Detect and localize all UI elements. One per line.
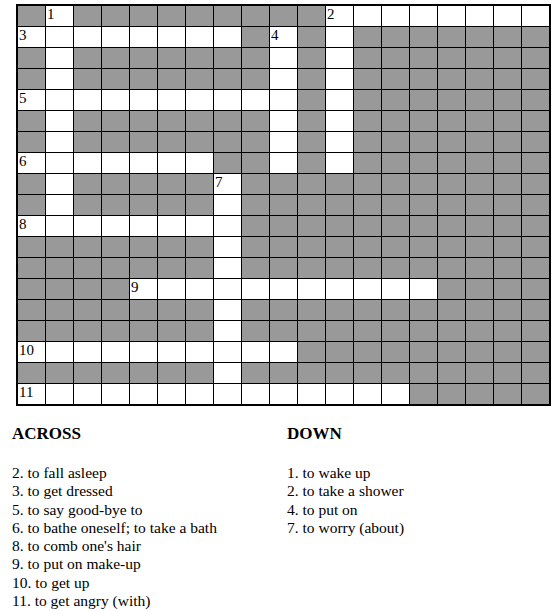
cell-r3c1[interactable] [46,69,73,89]
clue-down-7: 7. to worry (about) [287,519,547,537]
cell-r1c7[interactable] [214,27,241,47]
clue-number-5: 5 [19,90,27,107]
cell-r14c15-block [438,300,465,320]
clue-number-10: 10 [19,342,34,359]
cell-r16c10-block [298,342,325,362]
cell-r17c18-block [522,363,549,383]
cell-r0c11[interactable]: 2 [326,6,353,26]
cell-r12c6-block [186,258,213,278]
cell-r10c9-block [270,216,297,236]
cell-r16c5[interactable] [158,342,185,362]
cell-r7c5[interactable] [158,153,185,173]
cell-r18c15-block [438,384,465,404]
cell-r14c2-block [74,300,101,320]
cell-r7c0[interactable]: 6 [18,153,45,173]
cell-r10c3[interactable] [102,216,129,236]
cell-r16c7[interactable] [214,342,241,362]
cell-r18c13[interactable] [382,384,409,404]
clue-across-10: 10. to get up [12,574,287,592]
cell-r8c1[interactable] [46,174,73,194]
cell-r6c18-block [522,132,549,152]
cell-r1c16-block [466,27,493,47]
cell-r7c9[interactable] [270,153,297,173]
clue-across-6: 6. to bathe oneself; to take a bath [12,519,287,537]
cell-r16c0[interactable]: 10 [18,342,45,362]
cell-r13c8[interactable] [242,279,269,299]
cell-r6c8-block [242,132,269,152]
cell-r12c4-block [130,258,157,278]
cell-r4c0[interactable]: 5 [18,90,45,110]
cell-r8c15-block [438,174,465,194]
cell-r5c11[interactable] [326,111,353,131]
cell-r13c16-block [466,279,493,299]
cell-r2c9[interactable] [270,48,297,68]
cell-r11c0-block [18,237,45,257]
cell-r1c10-block [298,27,325,47]
cell-r10c11-block [326,216,353,236]
cell-r5c3-block [102,111,129,131]
cell-r9c14-block [410,195,437,215]
cell-r18c12[interactable] [354,384,381,404]
cell-r7c6[interactable] [186,153,213,173]
cell-r9c9-block [270,195,297,215]
cell-r15c8-block [242,321,269,341]
cell-r7c2[interactable] [74,153,101,173]
cell-r15c2-block [74,321,101,341]
cell-r14c3-block [102,300,129,320]
cell-r5c4-block [130,111,157,131]
cell-r6c3-block [102,132,129,152]
cell-r18c1[interactable] [46,384,73,404]
cell-r1c4[interactable] [130,27,157,47]
cell-r4c9[interactable] [270,90,297,110]
cell-r17c15-block [438,363,465,383]
cell-r5c5-block [158,111,185,131]
cell-r2c8-block [242,48,269,68]
cell-r7c3[interactable] [102,153,129,173]
cell-r2c17-block [494,48,521,68]
cell-r13c9[interactable] [270,279,297,299]
cell-r16c14-block [410,342,437,362]
cell-r16c4[interactable] [130,342,157,362]
clue-number-8: 8 [19,216,27,233]
cell-r3c0-block [18,69,45,89]
cell-r12c15-block [438,258,465,278]
cell-r2c1[interactable] [46,48,73,68]
cell-r2c2-block [74,48,101,68]
cell-r4c11[interactable] [326,90,353,110]
cell-r13c2-block [74,279,101,299]
cell-r4c14-block [410,90,437,110]
cell-r4c3[interactable] [102,90,129,110]
cell-r13c5[interactable] [158,279,185,299]
cell-r16c17-block [494,342,521,362]
cell-r13c11[interactable] [326,279,353,299]
cell-r8c14-block [410,174,437,194]
cell-r7c16-block [466,153,493,173]
cell-r0c8-block [242,6,269,26]
cell-r9c2-block [74,195,101,215]
cell-r17c7[interactable] [214,363,241,383]
cell-r10c10-block [298,216,325,236]
cell-r17c4-block [130,363,157,383]
cell-r10c7[interactable] [214,216,241,236]
cell-r8c5-block [158,174,185,194]
cell-r3c3-block [102,69,129,89]
cell-r0c16[interactable] [466,6,493,26]
cell-r15c4-block [130,321,157,341]
cell-r3c12-block [354,69,381,89]
cell-r10c15-block [438,216,465,236]
cell-r4c6[interactable] [186,90,213,110]
cell-r3c18-block [522,69,549,89]
cell-r9c4-block [130,195,157,215]
cell-r5c6-block [186,111,213,131]
cell-r17c0-block [18,363,45,383]
cell-r7c10-block [298,153,325,173]
cell-r1c8-block [242,27,269,47]
cell-r10c17-block [494,216,521,236]
cell-r18c0[interactable]: 11 [18,384,45,404]
cell-r11c3-block [102,237,129,257]
cell-r9c16-block [466,195,493,215]
cell-r0c14[interactable] [410,6,437,26]
cell-r4c12-block [354,90,381,110]
cell-r12c11-block [326,258,353,278]
cell-r15c15-block [438,321,465,341]
cell-r18c9[interactable] [270,384,297,404]
cell-r4c13-block [382,90,409,110]
clue-down-4: 4. to put on [287,501,547,519]
cell-r14c6-block [186,300,213,320]
cell-r9c1[interactable] [46,195,73,215]
cell-r18c14-block [410,384,437,404]
cell-r5c8-block [242,111,269,131]
cell-r9c12-block [354,195,381,215]
cell-r13c14[interactable] [410,279,437,299]
cell-r16c13-block [382,342,409,362]
cell-r16c2[interactable] [74,342,101,362]
cell-r9c3-block [102,195,129,215]
clue-across-9: 9. to put on make-up [12,555,287,573]
cell-r14c17-block [494,300,521,320]
cell-r11c7[interactable] [214,237,241,257]
cell-r8c17-block [494,174,521,194]
cell-r3c13-block [382,69,409,89]
cell-r15c10-block [298,321,325,341]
cell-r8c13-block [382,174,409,194]
cell-r3c14-block [410,69,437,89]
cell-r10c5[interactable] [158,216,185,236]
cell-r14c7[interactable] [214,300,241,320]
cell-r16c1[interactable] [46,342,73,362]
cell-r8c16-block [466,174,493,194]
cell-r3c11[interactable] [326,69,353,89]
cell-r7c13-block [382,153,409,173]
cell-r14c8-block [242,300,269,320]
cell-r3c4-block [130,69,157,89]
cell-r5c16-block [466,111,493,131]
cell-r4c8[interactable] [242,90,269,110]
cell-r9c7[interactable] [214,195,241,215]
cell-r1c11[interactable] [326,27,353,47]
cell-r4c4[interactable] [130,90,157,110]
cell-r5c12-block [354,111,381,131]
cell-r12c8-block [242,258,269,278]
cell-r8c11-block [326,174,353,194]
cell-r1c17-block [494,27,521,47]
cell-r5c9[interactable] [270,111,297,131]
cell-r11c11-block [326,237,353,257]
cell-r16c15-block [438,342,465,362]
cell-r1c13-block [382,27,409,47]
cell-r1c14-block [410,27,437,47]
cell-r0c1[interactable]: 1 [46,6,73,26]
cell-r14c4-block [130,300,157,320]
cell-r7c12-block [354,153,381,173]
clue-number-3: 3 [19,27,27,44]
cell-r10c13-block [382,216,409,236]
cell-r17c8-block [242,363,269,383]
cell-r1c15-block [438,27,465,47]
cell-r18c6[interactable] [186,384,213,404]
cell-r4c7[interactable] [214,90,241,110]
cell-r4c2[interactable] [74,90,101,110]
cell-r17c9-block [270,363,297,383]
clue-number-9: 9 [131,279,139,296]
cell-r17c14-block [410,363,437,383]
cell-r11c17-block [494,237,521,257]
cell-r15c5-block [158,321,185,341]
cell-r1c5[interactable] [158,27,185,47]
cell-r1c1[interactable] [46,27,73,47]
cell-r18c5[interactable] [158,384,185,404]
cell-r10c2[interactable] [74,216,101,236]
cell-r18c3[interactable] [102,384,129,404]
cell-r0c15[interactable] [438,6,465,26]
cell-r15c16-block [466,321,493,341]
cell-r6c11[interactable] [326,132,353,152]
cell-r18c7[interactable] [214,384,241,404]
cell-r17c1-block [46,363,73,383]
cell-r5c7-block [214,111,241,131]
cell-r6c4-block [130,132,157,152]
cell-r11c13-block [382,237,409,257]
cell-r2c16-block [466,48,493,68]
clue-number-6: 6 [19,153,27,170]
cell-r13c7[interactable] [214,279,241,299]
cell-r15c0-block [18,321,45,341]
cell-r12c9-block [270,258,297,278]
cell-r2c18-block [522,48,549,68]
clue-number-1: 1 [47,6,55,23]
cell-r18c2[interactable] [74,384,101,404]
cell-r4c15-block [438,90,465,110]
cell-r3c15-block [438,69,465,89]
cell-r2c12-block [354,48,381,68]
cell-r2c11[interactable] [326,48,353,68]
cell-r12c5-block [158,258,185,278]
cell-r4c18-block [522,90,549,110]
cell-r9c18-block [522,195,549,215]
cell-r1c3[interactable] [102,27,129,47]
cell-r10c0[interactable]: 8 [18,216,45,236]
cell-r13c13[interactable] [382,279,409,299]
cell-r15c1-block [46,321,73,341]
cell-r0c12[interactable] [354,6,381,26]
cell-r12c18-block [522,258,549,278]
cell-r11c1-block [46,237,73,257]
cell-r16c3[interactable] [102,342,129,362]
cell-r16c9[interactable] [270,342,297,362]
cell-r15c6-block [186,321,213,341]
cell-r17c12-block [354,363,381,383]
cell-r17c5-block [158,363,185,383]
clue-number-7: 7 [215,174,223,191]
cell-r15c9-block [270,321,297,341]
cell-r7c11[interactable] [326,153,353,173]
cell-r18c18-block [522,384,549,404]
cell-r3c9[interactable] [270,69,297,89]
cell-r15c12-block [354,321,381,341]
cell-r13c4[interactable]: 9 [130,279,157,299]
cell-r0c18[interactable] [522,6,549,26]
cell-r3c7-block [214,69,241,89]
cell-r7c4[interactable] [130,153,157,173]
down-header: DOWN [287,424,547,444]
cell-r12c7[interactable] [214,258,241,278]
cell-r3c17-block [494,69,521,89]
cell-r10c8-block [242,216,269,236]
cell-r15c7[interactable] [214,321,241,341]
cell-r11c5-block [158,237,185,257]
cell-r5c15-block [438,111,465,131]
cell-r0c6-block [186,6,213,26]
cell-r1c0[interactable]: 3 [18,27,45,47]
cell-r12c14-block [410,258,437,278]
cell-r0c4-block [130,6,157,26]
cell-r15c3-block [102,321,129,341]
cell-r6c17-block [494,132,521,152]
cell-r15c18-block [522,321,549,341]
cell-r7c1[interactable] [46,153,73,173]
cell-r4c1[interactable] [46,90,73,110]
cell-r3c2-block [74,69,101,89]
cell-r16c12-block [354,342,381,362]
cell-r18c10[interactable] [298,384,325,404]
cell-r14c16-block [466,300,493,320]
cell-r0c17[interactable] [494,6,521,26]
clue-number-11: 11 [19,384,33,401]
cell-r11c10-block [298,237,325,257]
cell-r14c12-block [354,300,381,320]
cell-r5c18-block [522,111,549,131]
clue-across-2: 2. to fall asleep [12,464,287,482]
cell-r6c15-block [438,132,465,152]
cell-r3c16-block [466,69,493,89]
cell-r2c3-block [102,48,129,68]
cell-r13c6[interactable] [186,279,213,299]
cell-r12c2-block [74,258,101,278]
cell-r6c14-block [410,132,437,152]
cell-r2c7-block [214,48,241,68]
cell-r12c17-block [494,258,521,278]
cell-r9c11-block [326,195,353,215]
cell-r11c9-block [270,237,297,257]
cell-r2c13-block [382,48,409,68]
cell-r13c17-block [494,279,521,299]
cell-r18c11[interactable] [326,384,353,404]
cell-r13c15-block [438,279,465,299]
cell-r2c0-block [18,48,45,68]
cell-r16c6[interactable] [186,342,213,362]
across-header: ACROSS [12,424,287,444]
cell-r0c3-block [102,6,129,26]
cell-r6c9[interactable] [270,132,297,152]
cell-r1c9[interactable]: 4 [270,27,297,47]
cell-r6c16-block [466,132,493,152]
cell-r13c12[interactable] [354,279,381,299]
cell-r16c8[interactable] [242,342,269,362]
cell-r8c0-block [18,174,45,194]
cell-r13c1-block [46,279,73,299]
cell-r8c6-block [186,174,213,194]
cell-r18c8[interactable] [242,384,269,404]
cell-r14c9-block [270,300,297,320]
cell-r1c18-block [522,27,549,47]
cell-r11c12-block [354,237,381,257]
cell-r12c3-block [102,258,129,278]
cell-r12c0-block [18,258,45,278]
cell-r2c15-block [438,48,465,68]
cell-r8c4-block [130,174,157,194]
cell-r6c1[interactable] [46,132,73,152]
cell-r11c15-block [438,237,465,257]
cell-r13c10[interactable] [298,279,325,299]
cell-r2c10-block [298,48,325,68]
cell-r17c10-block [298,363,325,383]
cell-r17c2-block [74,363,101,383]
cell-r10c1[interactable] [46,216,73,236]
cell-r4c5[interactable] [158,90,185,110]
cell-r12c12-block [354,258,381,278]
cell-r1c2[interactable] [74,27,101,47]
cell-r11c14-block [410,237,437,257]
cell-r4c10-block [298,90,325,110]
cell-r18c4[interactable] [130,384,157,404]
down-clue-list: DOWN 1. to wake up 2. to take a shower 4… [287,424,547,610]
cell-r13c3-block [102,279,129,299]
cell-r10c4[interactable] [130,216,157,236]
cell-r10c6[interactable] [186,216,213,236]
cell-r17c6-block [186,363,213,383]
clue-number-2: 2 [327,6,335,23]
cell-r6c2-block [74,132,101,152]
cell-r1c6[interactable] [186,27,213,47]
cell-r18c16-block [466,384,493,404]
cell-r8c8-block [242,174,269,194]
cell-r9c6-block [186,195,213,215]
cell-r3c10-block [298,69,325,89]
cell-r11c2-block [74,237,101,257]
cell-r8c7[interactable]: 7 [214,174,241,194]
crossword-grid: 1234567891011 [16,4,551,406]
clue-across-8: 8. to comb one's hair [12,537,287,555]
cell-r0c13[interactable] [382,6,409,26]
cell-r14c10-block [298,300,325,320]
cell-r14c1-block [46,300,73,320]
cell-r5c1[interactable] [46,111,73,131]
